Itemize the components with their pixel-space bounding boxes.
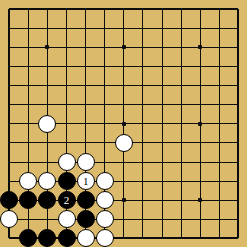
white-stone[interactable] (115, 134, 133, 152)
intersection-B6[interactable] (19, 133, 38, 152)
grid-line-v (8, 9, 10, 19)
grid-line-v (162, 153, 163, 172)
intersection-B13[interactable] (19, 0, 38, 19)
intersection-H1[interactable] (133, 229, 152, 247)
grid-line-v (237, 210, 239, 229)
grid-line-v (142, 9, 143, 19)
intersection-N1[interactable] (229, 229, 247, 247)
intersection-C4[interactable] (38, 172, 57, 191)
grid-line-v (104, 76, 105, 95)
black-stone[interactable] (77, 210, 95, 228)
intersection-J9[interactable] (153, 76, 172, 95)
intersection-M13[interactable] (210, 0, 229, 19)
grid-line-v (162, 57, 163, 76)
intersection-H10[interactable] (133, 57, 152, 76)
intersection-N2[interactable] (229, 210, 247, 229)
intersection-G9[interactable] (114, 76, 133, 95)
intersection-H12[interactable] (133, 19, 152, 38)
intersection-D1[interactable] (57, 229, 76, 247)
grid-line-v (142, 133, 143, 152)
grid-line-v (104, 95, 105, 114)
intersection-K5[interactable] (172, 153, 191, 172)
intersection-D5[interactable] (57, 153, 76, 172)
grid-line-v (200, 172, 201, 191)
grid-line-v (162, 210, 163, 229)
white-stone[interactable] (38, 115, 56, 133)
intersection-D2[interactable] (57, 210, 76, 229)
grid-line-v (162, 19, 163, 38)
intersection-L5[interactable] (191, 153, 210, 172)
intersection-E7[interactable] (76, 114, 95, 133)
grid-line-v (66, 133, 67, 152)
black-stone[interactable] (58, 172, 76, 190)
intersection-L9[interactable] (191, 76, 210, 95)
intersection-L8[interactable] (191, 95, 210, 114)
white-stone[interactable] (19, 172, 37, 190)
grid-line-v (47, 57, 48, 76)
intersection-M12[interactable] (210, 19, 229, 38)
intersection-J11[interactable] (153, 38, 172, 57)
intersection-E9[interactable] (76, 76, 95, 95)
grid-line-v (200, 133, 201, 152)
intersection-E6[interactable] (76, 133, 95, 152)
intersection-H3[interactable] (133, 191, 152, 210)
white-stone[interactable] (96, 229, 114, 247)
grid-line-v (200, 153, 201, 172)
intersection-K8[interactable] (172, 95, 191, 114)
grid-line-v (162, 38, 163, 57)
grid-line-v (85, 38, 86, 57)
intersection-F3[interactable] (95, 191, 114, 210)
grid-line-v (47, 153, 48, 172)
white-stone[interactable] (96, 210, 114, 228)
intersection-M9[interactable] (210, 76, 229, 95)
intersection-F7[interactable] (95, 114, 114, 133)
intersection-B11[interactable] (19, 38, 38, 57)
intersection-N5[interactable] (229, 153, 247, 172)
intersection-N10[interactable] (229, 57, 247, 76)
grid-line-v (142, 57, 143, 76)
intersection-G1[interactable] (114, 229, 133, 247)
white-stone[interactable] (0, 210, 18, 228)
intersection-E11[interactable] (76, 38, 95, 57)
intersection-E13[interactable] (76, 0, 95, 19)
intersection-K1[interactable] (172, 229, 191, 247)
intersection-B3[interactable] (19, 191, 38, 210)
intersection-J13[interactable] (153, 0, 172, 19)
intersection-J5[interactable] (153, 153, 172, 172)
intersection-L10[interactable] (191, 57, 210, 76)
grid-line-h (9, 123, 19, 124)
intersection-G6[interactable] (114, 133, 133, 152)
intersection-G13[interactable] (114, 0, 133, 19)
intersection-K10[interactable] (172, 57, 191, 76)
black-stone[interactable] (38, 191, 56, 209)
move-number: 1 (83, 176, 89, 187)
grid-line-v (28, 95, 29, 114)
grid-line-v (219, 76, 220, 95)
white-stone[interactable] (77, 229, 95, 247)
grid-line-v (142, 210, 143, 229)
intersection-G4[interactable] (114, 172, 133, 191)
intersection-J1[interactable] (153, 229, 172, 247)
intersection-F5[interactable] (95, 153, 114, 172)
grid-line-v (28, 133, 29, 152)
intersection-E3[interactable] (76, 191, 95, 210)
grid-line-v (142, 95, 143, 114)
intersection-M3[interactable] (210, 191, 229, 210)
intersection-N4[interactable] (229, 172, 247, 191)
grid-line-v (8, 153, 10, 172)
grid-line-v (28, 19, 29, 38)
grid-line-v (162, 9, 163, 19)
intersection-B10[interactable] (19, 57, 38, 76)
grid-line-v (181, 229, 182, 239)
intersection-C6[interactable] (38, 133, 57, 152)
intersection-C9[interactable] (38, 76, 57, 95)
intersection-G8[interactable] (114, 95, 133, 114)
intersection-F6[interactable] (95, 133, 114, 152)
intersection-G3[interactable] (114, 191, 133, 210)
grid-line-v (162, 172, 163, 191)
grid-line-v (181, 114, 182, 133)
grid-line-h (9, 181, 19, 182)
grid-line-v (104, 57, 105, 76)
grid-line-v (181, 9, 182, 19)
intersection-G5[interactable] (114, 153, 133, 172)
intersection-L12[interactable] (191, 19, 210, 38)
intersection-H11[interactable] (133, 38, 152, 57)
intersection-J7[interactable] (153, 114, 172, 133)
intersection-F8[interactable] (95, 95, 114, 114)
intersection-A4[interactable] (0, 172, 19, 191)
grid-line-v (162, 229, 163, 239)
white-stone[interactable] (58, 210, 76, 228)
intersection-E1[interactable] (76, 229, 95, 247)
intersection-M10[interactable] (210, 57, 229, 76)
intersection-M8[interactable] (210, 95, 229, 114)
grid-line-v (181, 19, 182, 38)
intersection-C10[interactable] (38, 57, 57, 76)
intersection-M6[interactable] (210, 133, 229, 152)
intersection-A5[interactable] (0, 153, 19, 172)
intersection-D9[interactable] (57, 76, 76, 95)
grid-line-v (66, 114, 67, 133)
black-stone[interactable] (38, 229, 56, 247)
intersection-M4[interactable] (210, 172, 229, 191)
intersection-C7[interactable] (38, 114, 57, 133)
intersection-D3[interactable]: 2 (57, 191, 76, 210)
white-stone[interactable] (96, 191, 114, 209)
black-stone[interactable] (0, 191, 18, 209)
intersection-A9[interactable] (0, 76, 19, 95)
intersection-J2[interactable] (153, 210, 172, 229)
intersection-M7[interactable] (210, 114, 229, 133)
intersection-A12[interactable] (0, 19, 19, 38)
grid-line-v (85, 19, 86, 38)
intersection-N8[interactable] (229, 95, 247, 114)
intersection-L7[interactable] (191, 114, 210, 133)
intersection-M11[interactable] (210, 38, 229, 57)
grid-line-v (85, 114, 86, 133)
intersection-C2[interactable] (38, 210, 57, 229)
grid-line-v (123, 19, 124, 38)
white-stone[interactable] (38, 172, 56, 190)
intersection-N9[interactable] (229, 76, 247, 95)
intersection-J3[interactable] (153, 191, 172, 210)
intersection-A8[interactable] (0, 95, 19, 114)
intersection-D10[interactable] (57, 57, 76, 76)
grid-line-v (8, 57, 10, 76)
intersection-F11[interactable] (95, 38, 114, 57)
intersection-H2[interactable] (133, 210, 152, 229)
intersection-E10[interactable] (76, 57, 95, 76)
intersection-N3[interactable] (229, 191, 247, 210)
grid-line-v (200, 57, 201, 76)
intersection-F9[interactable] (95, 76, 114, 95)
intersection-N13[interactable] (229, 0, 247, 19)
star-point (122, 122, 126, 126)
intersection-K9[interactable] (172, 76, 191, 95)
intersection-D4[interactable] (57, 172, 76, 191)
grid-line-v (47, 95, 48, 114)
intersection-H9[interactable] (133, 76, 152, 95)
intersection-C3[interactable] (38, 191, 57, 210)
board-grid: 12 (0, 0, 247, 247)
grid-line-v (123, 172, 124, 191)
grid-line-v (181, 57, 182, 76)
grid-line-v (104, 19, 105, 38)
intersection-E4[interactable]: 1 (76, 172, 95, 191)
intersection-J6[interactable] (153, 133, 172, 152)
intersection-N11[interactable] (229, 38, 247, 57)
intersection-F1[interactable] (95, 229, 114, 247)
grid-line-v (123, 76, 124, 95)
grid-line-v (47, 210, 48, 229)
intersection-L4[interactable] (191, 172, 210, 191)
intersection-L13[interactable] (191, 0, 210, 19)
intersection-A6[interactable] (0, 133, 19, 152)
star-point (122, 198, 126, 202)
intersection-G11[interactable] (114, 38, 133, 57)
grid-line-v (28, 153, 29, 172)
intersection-K6[interactable] (172, 133, 191, 152)
intersection-D11[interactable] (57, 38, 76, 57)
grid-line-h (9, 237, 19, 239)
grid-line-v (142, 153, 143, 172)
grid-line-h (9, 66, 19, 67)
black-stone[interactable] (19, 191, 37, 209)
intersection-N12[interactable] (229, 19, 247, 38)
intersection-B7[interactable] (19, 114, 38, 133)
intersection-L3[interactable] (191, 191, 210, 210)
star-point (45, 45, 49, 49)
intersection-B2[interactable] (19, 210, 38, 229)
intersection-K3[interactable] (172, 191, 191, 210)
intersection-K2[interactable] (172, 210, 191, 229)
star-point (198, 45, 202, 49)
intersection-A1[interactable] (0, 229, 19, 247)
intersection-C8[interactable] (38, 95, 57, 114)
intersection-E5[interactable] (76, 153, 95, 172)
intersection-H5[interactable] (133, 153, 152, 172)
white-stone[interactable] (58, 153, 76, 171)
grid-line-v (237, 19, 239, 38)
intersection-M2[interactable] (210, 210, 229, 229)
intersection-B8[interactable] (19, 95, 38, 114)
grid-line-v (142, 19, 143, 38)
grid-line-v (28, 76, 29, 95)
grid-line-v (219, 172, 220, 191)
go-board: 12 (0, 0, 247, 247)
intersection-A13[interactable] (0, 0, 19, 19)
intersection-C12[interactable] (38, 19, 57, 38)
grid-line-v (104, 114, 105, 133)
intersection-C13[interactable] (38, 0, 57, 19)
intersection-L1[interactable] (191, 229, 210, 247)
white-stone[interactable]: 1 (77, 172, 95, 190)
intersection-B9[interactable] (19, 76, 38, 95)
intersection-D8[interactable] (57, 95, 76, 114)
intersection-G2[interactable] (114, 210, 133, 229)
intersection-K11[interactable] (172, 38, 191, 57)
white-stone[interactable] (96, 172, 114, 190)
intersection-F12[interactable] (95, 19, 114, 38)
intersection-F2[interactable] (95, 210, 114, 229)
star-point (122, 45, 126, 49)
grid-line-v (181, 153, 182, 172)
grid-line-v (104, 38, 105, 57)
grid-line-h (9, 28, 19, 29)
intersection-K12[interactable] (172, 19, 191, 38)
intersection-H13[interactable] (133, 0, 152, 19)
black-stone[interactable] (58, 229, 76, 247)
grid-line-v (219, 9, 220, 19)
grid-line-v (219, 191, 220, 210)
grid-line-v (237, 172, 239, 191)
intersection-A11[interactable] (0, 38, 19, 57)
intersection-H8[interactable] (133, 95, 152, 114)
intersection-G12[interactable] (114, 19, 133, 38)
grid-line-v (28, 9, 29, 19)
intersection-F13[interactable] (95, 0, 114, 19)
grid-line-v (85, 95, 86, 114)
intersection-N6[interactable] (229, 133, 247, 152)
grid-line-h (9, 104, 19, 105)
intersection-H6[interactable] (133, 133, 152, 152)
grid-line-v (47, 133, 48, 152)
intersection-K4[interactable] (172, 172, 191, 191)
grid-line-v (85, 57, 86, 76)
grid-line-v (66, 57, 67, 76)
grid-line-v (123, 210, 124, 229)
black-stone[interactable]: 2 (58, 191, 76, 209)
grid-line-v (200, 76, 201, 95)
grid-line-v (8, 172, 10, 191)
intersection-A7[interactable] (0, 114, 19, 133)
grid-line-v (8, 38, 10, 57)
intersection-B5[interactable] (19, 153, 38, 172)
intersection-J8[interactable] (153, 95, 172, 114)
grid-line-v (219, 229, 220, 239)
intersection-D13[interactable] (57, 0, 76, 19)
intersection-M5[interactable] (210, 153, 229, 172)
intersection-A3[interactable] (0, 191, 19, 210)
grid-line-v (85, 76, 86, 95)
intersection-F4[interactable] (95, 172, 114, 191)
grid-line-v (237, 57, 239, 76)
intersection-G10[interactable] (114, 57, 133, 76)
star-point (198, 122, 202, 126)
grid-line-v (66, 76, 67, 95)
grid-line-v (237, 114, 239, 133)
intersection-E12[interactable] (76, 19, 95, 38)
grid-line-v (219, 57, 220, 76)
intersection-J4[interactable] (153, 172, 172, 191)
grid-line-v (66, 9, 67, 19)
intersection-A10[interactable] (0, 57, 19, 76)
intersection-G7[interactable] (114, 114, 133, 133)
white-stone[interactable] (77, 153, 95, 171)
intersection-B4[interactable] (19, 172, 38, 191)
black-stone[interactable] (77, 191, 95, 209)
intersection-N7[interactable] (229, 114, 247, 133)
intersection-B1[interactable] (19, 229, 38, 247)
grid-line-h (9, 142, 19, 143)
grid-line-v (8, 76, 10, 95)
grid-line-h (9, 47, 19, 48)
intersection-A2[interactable] (0, 210, 19, 229)
intersection-C1[interactable] (38, 229, 57, 247)
intersection-F10[interactable] (95, 57, 114, 76)
black-stone[interactable] (19, 229, 37, 247)
intersection-L11[interactable] (191, 38, 210, 57)
grid-line-v (47, 76, 48, 95)
intersection-E2[interactable] (76, 210, 95, 229)
intersection-K13[interactable] (172, 0, 191, 19)
grid-line-v (8, 229, 10, 239)
grid-line-v (85, 133, 86, 152)
grid-line-v (162, 76, 163, 95)
intersection-L2[interactable] (191, 210, 210, 229)
grid-line-v (28, 38, 29, 57)
intersection-L6[interactable] (191, 133, 210, 152)
star-point (198, 198, 202, 202)
intersection-D7[interactable] (57, 114, 76, 133)
grid-line-v (219, 153, 220, 172)
grid-line-v (237, 153, 239, 172)
grid-line-v (237, 76, 239, 95)
intersection-J12[interactable] (153, 19, 172, 38)
grid-line-v (28, 210, 29, 229)
intersection-J10[interactable] (153, 57, 172, 76)
grid-line-v (66, 19, 67, 38)
intersection-H7[interactable] (133, 114, 152, 133)
intersection-B12[interactable] (19, 19, 38, 38)
grid-line-v (219, 19, 220, 38)
grid-line-v (104, 153, 105, 172)
intersection-E8[interactable] (76, 95, 95, 114)
intersection-D6[interactable] (57, 133, 76, 152)
grid-line-v (162, 133, 163, 152)
intersection-K7[interactable] (172, 114, 191, 133)
intersection-C11[interactable] (38, 38, 57, 57)
intersection-H4[interactable] (133, 172, 152, 191)
intersection-D12[interactable] (57, 19, 76, 38)
intersection-C5[interactable] (38, 153, 57, 172)
intersection-M1[interactable] (210, 229, 229, 247)
grid-line-v (8, 19, 10, 38)
